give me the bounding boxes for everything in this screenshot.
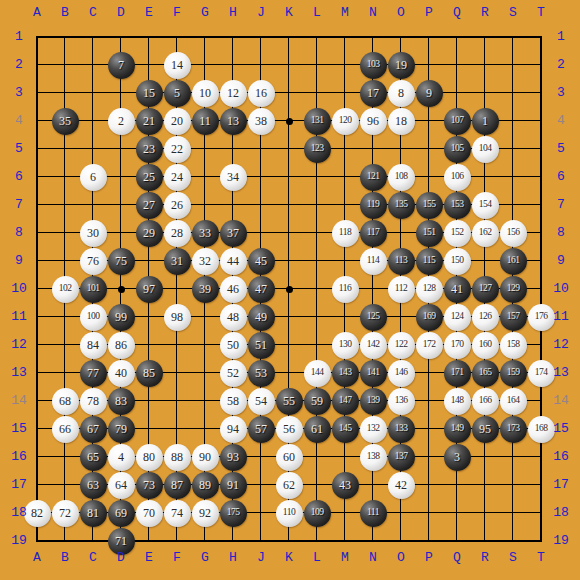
intersection-M9[interactable] xyxy=(331,247,359,275)
intersection-P17[interactable] xyxy=(415,471,443,499)
intersection-C1[interactable] xyxy=(79,23,107,51)
stone-white-C12[interactable]: 84 xyxy=(80,332,107,359)
stone-black-O2[interactable]: 19 xyxy=(388,52,415,79)
stone-black-N11[interactable]: 125 xyxy=(360,304,387,331)
intersection-K8[interactable] xyxy=(275,219,303,247)
intersection-G14[interactable] xyxy=(191,387,219,415)
intersection-K1[interactable] xyxy=(275,23,303,51)
intersection-N10[interactable] xyxy=(359,275,387,303)
stone-black-R15[interactable]: 95 xyxy=(472,416,499,443)
stone-black-L4[interactable]: 131 xyxy=(304,108,331,135)
stone-black-S15[interactable]: 173 xyxy=(500,416,527,443)
stone-black-D14[interactable]: 83 xyxy=(108,388,135,415)
stone-black-Q5[interactable]: 105 xyxy=(444,136,471,163)
intersection-R18[interactable] xyxy=(471,499,499,527)
intersection-O5[interactable] xyxy=(387,135,415,163)
stone-black-R4[interactable]: 1 xyxy=(472,108,499,135)
intersection-R16[interactable] xyxy=(471,443,499,471)
intersection-H2[interactable] xyxy=(219,51,247,79)
stone-black-H4[interactable]: 13 xyxy=(220,108,247,135)
stone-white-N4[interactable]: 96 xyxy=(360,108,387,135)
stone-black-Q7[interactable]: 153 xyxy=(444,192,471,219)
stone-white-G9[interactable]: 32 xyxy=(192,248,219,275)
intersection-D6[interactable] xyxy=(107,163,135,191)
intersection-C5[interactable] xyxy=(79,135,107,163)
intersection-L16[interactable] xyxy=(303,443,331,471)
stone-black-O9[interactable]: 113 xyxy=(388,248,415,275)
stone-white-D12[interactable]: 86 xyxy=(108,332,135,359)
intersection-M16[interactable] xyxy=(331,443,359,471)
stone-black-D18[interactable]: 69 xyxy=(108,500,135,527)
stone-white-Q11[interactable]: 124 xyxy=(444,304,471,331)
stone-white-O6[interactable]: 108 xyxy=(388,164,415,191)
intersection-P13[interactable] xyxy=(415,359,443,387)
intersection-G2[interactable] xyxy=(191,51,219,79)
intersection-P5[interactable] xyxy=(415,135,443,163)
intersection-R17[interactable] xyxy=(471,471,499,499)
intersection-S16[interactable] xyxy=(499,443,527,471)
intersection-K11[interactable] xyxy=(275,303,303,331)
intersection-K7[interactable] xyxy=(275,191,303,219)
intersection-C4[interactable] xyxy=(79,107,107,135)
stone-white-K16[interactable]: 60 xyxy=(276,444,303,471)
intersection-D7[interactable] xyxy=(107,191,135,219)
stone-black-N14[interactable]: 139 xyxy=(360,388,387,415)
intersection-L12[interactable] xyxy=(303,331,331,359)
stone-white-C9[interactable]: 76 xyxy=(80,248,107,275)
intersection-R6[interactable] xyxy=(471,163,499,191)
intersection-Q17[interactable] xyxy=(443,471,471,499)
stone-black-S13[interactable]: 159 xyxy=(500,360,527,387)
intersection-G12[interactable] xyxy=(191,331,219,359)
stone-white-H13[interactable]: 52 xyxy=(220,360,247,387)
intersection-C2[interactable] xyxy=(79,51,107,79)
stone-black-E6[interactable]: 25 xyxy=(136,164,163,191)
intersection-L6[interactable] xyxy=(303,163,331,191)
intersection-G1[interactable] xyxy=(191,23,219,51)
intersection-D3[interactable] xyxy=(107,79,135,107)
stone-black-D9[interactable]: 75 xyxy=(108,248,135,275)
stone-white-J14[interactable]: 54 xyxy=(248,388,275,415)
stone-white-B15[interactable]: 66 xyxy=(52,416,79,443)
stone-white-R8[interactable]: 162 xyxy=(472,220,499,247)
stone-black-M13[interactable]: 143 xyxy=(332,360,359,387)
stone-black-C15[interactable]: 67 xyxy=(80,416,107,443)
stone-black-M17[interactable]: 43 xyxy=(332,472,359,499)
stone-black-C10[interactable]: 101 xyxy=(80,276,107,303)
stone-white-C14[interactable]: 78 xyxy=(80,388,107,415)
stone-white-F18[interactable]: 74 xyxy=(164,500,191,527)
intersection-G5[interactable] xyxy=(191,135,219,163)
stone-white-Q12[interactable]: 170 xyxy=(444,332,471,359)
intersection-B6[interactable] xyxy=(51,163,79,191)
intersection-H1[interactable] xyxy=(219,23,247,51)
stone-white-B18[interactable]: 72 xyxy=(52,500,79,527)
stone-black-E8[interactable]: 29 xyxy=(136,220,163,247)
stone-black-F9[interactable]: 31 xyxy=(164,248,191,275)
stone-white-R12[interactable]: 160 xyxy=(472,332,499,359)
intersection-B9[interactable] xyxy=(51,247,79,275)
intersection-J18[interactable] xyxy=(247,499,275,527)
intersection-F12[interactable] xyxy=(163,331,191,359)
intersection-Q1[interactable] xyxy=(443,23,471,51)
intersection-R2[interactable] xyxy=(471,51,499,79)
intersection-Q2[interactable] xyxy=(443,51,471,79)
stone-white-O3[interactable]: 8 xyxy=(388,80,415,107)
stone-white-S14[interactable]: 164 xyxy=(500,388,527,415)
intersection-H7[interactable] xyxy=(219,191,247,219)
stone-black-S11[interactable]: 157 xyxy=(500,304,527,331)
intersection-C7[interactable] xyxy=(79,191,107,219)
stone-white-G18[interactable]: 92 xyxy=(192,500,219,527)
stone-black-Q10[interactable]: 41 xyxy=(444,276,471,303)
stone-white-G16[interactable]: 90 xyxy=(192,444,219,471)
stone-white-H15[interactable]: 94 xyxy=(220,416,247,443)
stone-black-L15[interactable]: 61 xyxy=(304,416,331,443)
stone-white-O10[interactable]: 112 xyxy=(388,276,415,303)
intersection-H5[interactable] xyxy=(219,135,247,163)
intersection-O8[interactable] xyxy=(387,219,415,247)
stone-white-D16[interactable]: 4 xyxy=(108,444,135,471)
stone-black-R13[interactable]: 165 xyxy=(472,360,499,387)
stone-white-P12[interactable]: 172 xyxy=(416,332,443,359)
stone-black-H16[interactable]: 93 xyxy=(220,444,247,471)
stone-white-S12[interactable]: 158 xyxy=(500,332,527,359)
intersection-N1[interactable] xyxy=(359,23,387,51)
stone-white-E18[interactable]: 70 xyxy=(136,500,163,527)
stone-black-M14[interactable]: 147 xyxy=(332,388,359,415)
stone-white-P10[interactable]: 128 xyxy=(416,276,443,303)
intersection-F1[interactable] xyxy=(163,23,191,51)
stone-white-J3[interactable]: 16 xyxy=(248,80,275,107)
intersection-M18[interactable] xyxy=(331,499,359,527)
stone-black-N8[interactable]: 117 xyxy=(360,220,387,247)
stone-white-F7[interactable]: 26 xyxy=(164,192,191,219)
intersection-B8[interactable] xyxy=(51,219,79,247)
stone-black-E4[interactable]: 21 xyxy=(136,108,163,135)
intersection-P4[interactable] xyxy=(415,107,443,135)
stone-white-N9[interactable]: 114 xyxy=(360,248,387,275)
stone-white-F8[interactable]: 28 xyxy=(164,220,191,247)
intersection-D8[interactable] xyxy=(107,219,135,247)
intersection-E14[interactable] xyxy=(135,387,163,415)
stone-black-F3[interactable]: 5 xyxy=(164,80,191,107)
intersection-P15[interactable] xyxy=(415,415,443,443)
intersection-S2[interactable] xyxy=(499,51,527,79)
stone-black-O15[interactable]: 133 xyxy=(388,416,415,443)
stone-white-Q9[interactable]: 150 xyxy=(444,248,471,275)
intersection-M7[interactable] xyxy=(331,191,359,219)
intersection-O18[interactable] xyxy=(387,499,415,527)
stone-white-M12[interactable]: 130 xyxy=(332,332,359,359)
intersection-E2[interactable] xyxy=(135,51,163,79)
intersection-L8[interactable] xyxy=(303,219,331,247)
intersection-F10[interactable] xyxy=(163,275,191,303)
intersection-L3[interactable] xyxy=(303,79,331,107)
intersection-J2[interactable] xyxy=(247,51,275,79)
stone-black-S9[interactable]: 161 xyxy=(500,248,527,275)
stone-black-H18[interactable]: 175 xyxy=(220,500,247,527)
stone-black-E5[interactable]: 23 xyxy=(136,136,163,163)
stone-black-E17[interactable]: 73 xyxy=(136,472,163,499)
intersection-S1[interactable] xyxy=(499,23,527,51)
stone-white-F11[interactable]: 98 xyxy=(164,304,191,331)
intersection-E9[interactable] xyxy=(135,247,163,275)
intersection-Q3[interactable] xyxy=(443,79,471,107)
stone-white-J4[interactable]: 38 xyxy=(248,108,275,135)
stone-black-N3[interactable]: 17 xyxy=(360,80,387,107)
stone-white-C6[interactable]: 6 xyxy=(80,164,107,191)
intersection-M2[interactable] xyxy=(331,51,359,79)
stone-white-O12[interactable]: 122 xyxy=(388,332,415,359)
stone-black-N13[interactable]: 141 xyxy=(360,360,387,387)
intersection-F15[interactable] xyxy=(163,415,191,443)
stone-white-R14[interactable]: 166 xyxy=(472,388,499,415)
stone-white-O14[interactable]: 136 xyxy=(388,388,415,415)
intersection-L2[interactable] xyxy=(303,51,331,79)
stone-white-O4[interactable]: 18 xyxy=(388,108,415,135)
intersection-M1[interactable] xyxy=(331,23,359,51)
stone-white-N16[interactable]: 138 xyxy=(360,444,387,471)
stone-black-H17[interactable]: 91 xyxy=(220,472,247,499)
stone-black-G10[interactable]: 39 xyxy=(192,276,219,303)
stone-white-F6[interactable]: 24 xyxy=(164,164,191,191)
intersection-L9[interactable] xyxy=(303,247,331,275)
stone-black-E3[interactable]: 15 xyxy=(136,80,163,107)
intersection-K3[interactable] xyxy=(275,79,303,107)
stone-black-Q4[interactable]: 107 xyxy=(444,108,471,135)
stone-white-Q8[interactable]: 152 xyxy=(444,220,471,247)
intersection-M5[interactable] xyxy=(331,135,359,163)
stone-black-Q15[interactable]: 149 xyxy=(444,416,471,443)
stone-white-H10[interactable]: 46 xyxy=(220,276,247,303)
intersection-K13[interactable] xyxy=(275,359,303,387)
intersection-S3[interactable] xyxy=(499,79,527,107)
intersection-J17[interactable] xyxy=(247,471,275,499)
stone-white-L13[interactable]: 144 xyxy=(304,360,331,387)
stone-black-J13[interactable]: 53 xyxy=(248,360,275,387)
intersection-B13[interactable] xyxy=(51,359,79,387)
stone-white-O13[interactable]: 146 xyxy=(388,360,415,387)
stone-black-L14[interactable]: 59 xyxy=(304,388,331,415)
stone-black-L18[interactable]: 109 xyxy=(304,500,331,527)
intersection-K5[interactable] xyxy=(275,135,303,163)
stone-white-D17[interactable]: 64 xyxy=(108,472,135,499)
stone-white-H9[interactable]: 44 xyxy=(220,248,247,275)
intersection-B3[interactable] xyxy=(51,79,79,107)
stone-black-B4[interactable]: 35 xyxy=(52,108,79,135)
intersection-P16[interactable] xyxy=(415,443,443,471)
stone-black-J9[interactable]: 45 xyxy=(248,248,275,275)
intersection-N17[interactable] xyxy=(359,471,387,499)
stone-white-M4[interactable]: 120 xyxy=(332,108,359,135)
intersection-B2[interactable] xyxy=(51,51,79,79)
stone-black-J15[interactable]: 57 xyxy=(248,416,275,443)
intersection-S6[interactable] xyxy=(499,163,527,191)
intersection-P6[interactable] xyxy=(415,163,443,191)
intersection-L11[interactable] xyxy=(303,303,331,331)
stone-white-S8[interactable]: 156 xyxy=(500,220,527,247)
intersection-S7[interactable] xyxy=(499,191,527,219)
stone-white-D13[interactable]: 40 xyxy=(108,360,135,387)
stone-black-J10[interactable]: 47 xyxy=(248,276,275,303)
intersection-J16[interactable] xyxy=(247,443,275,471)
intersection-L10[interactable] xyxy=(303,275,331,303)
stone-black-Q16[interactable]: 3 xyxy=(444,444,471,471)
stone-black-F17[interactable]: 87 xyxy=(164,472,191,499)
intersection-J6[interactable] xyxy=(247,163,275,191)
stone-black-P7[interactable]: 155 xyxy=(416,192,443,219)
stone-white-K18[interactable]: 110 xyxy=(276,500,303,527)
stone-black-N18[interactable]: 111 xyxy=(360,500,387,527)
stone-white-Q6[interactable]: 106 xyxy=(444,164,471,191)
stone-white-N12[interactable]: 142 xyxy=(360,332,387,359)
stone-black-E7[interactable]: 27 xyxy=(136,192,163,219)
intersection-B5[interactable] xyxy=(51,135,79,163)
stone-black-L5[interactable]: 123 xyxy=(304,136,331,163)
intersection-R1[interactable] xyxy=(471,23,499,51)
intersection-G15[interactable] xyxy=(191,415,219,443)
stone-black-D2[interactable]: 7 xyxy=(108,52,135,79)
stone-white-F16[interactable]: 88 xyxy=(164,444,191,471)
stone-white-G3[interactable]: 10 xyxy=(192,80,219,107)
stone-white-R11[interactable]: 126 xyxy=(472,304,499,331)
intersection-E11[interactable] xyxy=(135,303,163,331)
stone-black-S10[interactable]: 129 xyxy=(500,276,527,303)
stone-white-O17[interactable]: 42 xyxy=(388,472,415,499)
intersection-D5[interactable] xyxy=(107,135,135,163)
intersection-M6[interactable] xyxy=(331,163,359,191)
stone-black-N7[interactable]: 119 xyxy=(360,192,387,219)
intersection-B16[interactable] xyxy=(51,443,79,471)
intersection-P18[interactable] xyxy=(415,499,443,527)
intersection-L1[interactable] xyxy=(303,23,331,51)
stone-white-C8[interactable]: 30 xyxy=(80,220,107,247)
stone-white-H3[interactable]: 12 xyxy=(220,80,247,107)
stone-black-D15[interactable]: 79 xyxy=(108,416,135,443)
stone-white-F2[interactable]: 14 xyxy=(164,52,191,79)
stone-black-C13[interactable]: 77 xyxy=(80,360,107,387)
intersection-P14[interactable] xyxy=(415,387,443,415)
stone-white-K17[interactable]: 62 xyxy=(276,472,303,499)
intersection-J1[interactable] xyxy=(247,23,275,51)
stone-white-M10[interactable]: 116 xyxy=(332,276,359,303)
intersection-B17[interactable] xyxy=(51,471,79,499)
stone-white-B10[interactable]: 102 xyxy=(52,276,79,303)
intersection-J5[interactable] xyxy=(247,135,275,163)
intersection-S4[interactable] xyxy=(499,107,527,135)
stone-black-Q13[interactable]: 171 xyxy=(444,360,471,387)
stone-white-N15[interactable]: 132 xyxy=(360,416,387,443)
stone-black-P9[interactable]: 115 xyxy=(416,248,443,275)
stone-white-B14[interactable]: 68 xyxy=(52,388,79,415)
intersection-K9[interactable] xyxy=(275,247,303,275)
stone-black-M15[interactable]: 145 xyxy=(332,416,359,443)
intersection-G6[interactable] xyxy=(191,163,219,191)
stone-black-N6[interactable]: 121 xyxy=(360,164,387,191)
stone-black-G8[interactable]: 33 xyxy=(192,220,219,247)
intersection-B12[interactable] xyxy=(51,331,79,359)
stone-white-D4[interactable]: 2 xyxy=(108,108,135,135)
stone-black-D11[interactable]: 99 xyxy=(108,304,135,331)
stone-black-H8[interactable]: 37 xyxy=(220,220,247,247)
stone-black-P3[interactable]: 9 xyxy=(416,80,443,107)
intersection-O1[interactable] xyxy=(387,23,415,51)
stone-white-H11[interactable]: 48 xyxy=(220,304,247,331)
stone-white-F5[interactable]: 22 xyxy=(164,136,191,163)
intersection-R9[interactable] xyxy=(471,247,499,275)
stone-black-C18[interactable]: 81 xyxy=(80,500,107,527)
stone-black-O16[interactable]: 137 xyxy=(388,444,415,471)
stone-white-E16[interactable]: 80 xyxy=(136,444,163,471)
intersection-F14[interactable] xyxy=(163,387,191,415)
intersection-C3[interactable] xyxy=(79,79,107,107)
stone-black-E10[interactable]: 97 xyxy=(136,276,163,303)
stone-black-C16[interactable]: 65 xyxy=(80,444,107,471)
intersection-M3[interactable] xyxy=(331,79,359,107)
intersection-N5[interactable] xyxy=(359,135,387,163)
intersection-J7[interactable] xyxy=(247,191,275,219)
intersection-Q18[interactable] xyxy=(443,499,471,527)
stone-white-R5[interactable]: 104 xyxy=(472,136,499,163)
stone-black-P11[interactable]: 169 xyxy=(416,304,443,331)
intersection-D1[interactable] xyxy=(107,23,135,51)
stone-white-H14[interactable]: 58 xyxy=(220,388,247,415)
intersection-L7[interactable] xyxy=(303,191,331,219)
stone-black-E13[interactable]: 85 xyxy=(136,360,163,387)
intersection-K6[interactable] xyxy=(275,163,303,191)
stone-black-J11[interactable]: 49 xyxy=(248,304,275,331)
intersection-E1[interactable] xyxy=(135,23,163,51)
stone-white-H6[interactable]: 34 xyxy=(220,164,247,191)
intersection-G11[interactable] xyxy=(191,303,219,331)
stone-black-P8[interactable]: 151 xyxy=(416,220,443,247)
intersection-F13[interactable] xyxy=(163,359,191,387)
stone-black-R10[interactable]: 127 xyxy=(472,276,499,303)
intersection-E12[interactable] xyxy=(135,331,163,359)
stone-white-C11[interactable]: 100 xyxy=(80,304,107,331)
intersection-K12[interactable] xyxy=(275,331,303,359)
stone-white-H12[interactable]: 50 xyxy=(220,332,247,359)
stone-black-O7[interactable]: 135 xyxy=(388,192,415,219)
intersection-S18[interactable] xyxy=(499,499,527,527)
stone-black-J12[interactable]: 51 xyxy=(248,332,275,359)
intersection-P1[interactable] xyxy=(415,23,443,51)
intersection-B11[interactable] xyxy=(51,303,79,331)
intersection-R3[interactable] xyxy=(471,79,499,107)
intersection-B1[interactable] xyxy=(51,23,79,51)
intersection-K2[interactable] xyxy=(275,51,303,79)
intersection-M11[interactable] xyxy=(331,303,359,331)
stone-white-F4[interactable]: 20 xyxy=(164,108,191,135)
intersection-S5[interactable] xyxy=(499,135,527,163)
intersection-P2[interactable] xyxy=(415,51,443,79)
intersection-G7[interactable] xyxy=(191,191,219,219)
intersection-S17[interactable] xyxy=(499,471,527,499)
intersection-G13[interactable] xyxy=(191,359,219,387)
stone-white-K15[interactable]: 56 xyxy=(276,416,303,443)
intersection-B7[interactable] xyxy=(51,191,79,219)
stone-black-G4[interactable]: 11 xyxy=(192,108,219,135)
stone-black-K14[interactable]: 55 xyxy=(276,388,303,415)
intersection-J8[interactable] xyxy=(247,219,275,247)
intersection-L17[interactable] xyxy=(303,471,331,499)
stone-white-Q14[interactable]: 148 xyxy=(444,388,471,415)
intersection-E15[interactable] xyxy=(135,415,163,443)
stone-white-R7[interactable]: 154 xyxy=(472,192,499,219)
stone-black-G17[interactable]: 89 xyxy=(192,472,219,499)
stone-black-N2[interactable]: 103 xyxy=(360,52,387,79)
